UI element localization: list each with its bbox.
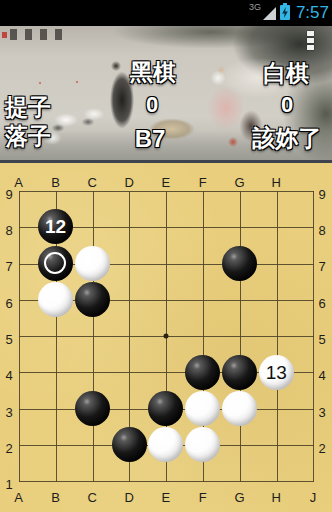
intersection-B6 [37,281,74,317]
black-player-title: 黑棋 [130,57,176,88]
coord-label: 6 [5,296,12,309]
last-move-circle-marker [44,252,66,274]
intersection-G3 [221,390,258,426]
calligraphy-marks [10,29,66,40]
coord-label: H [272,491,281,504]
intersection-G4 [221,354,258,390]
black-stone-B8: 12 [38,209,73,244]
coord-label: 7 [5,260,12,273]
intersection-B7 [37,245,74,281]
go-board[interactable]: 1213 ABCDEFGHABCDEFGHJ98765432198765432 [0,163,332,512]
white-stone-B6 [38,282,73,317]
lightning-bolt-icon [281,7,289,18]
coord-label: 3 [318,405,325,418]
app-screen: 3G 7:57 黑棋 白棋 提子 0 0 落子 B7 該妳了 1213 ABCD… [0,0,332,512]
white-stone-H4: 13 [259,355,294,390]
coord-label: 3 [5,405,12,418]
coord-label: F [199,176,207,189]
coord-label: B [51,491,60,504]
coord-label: 2 [5,441,12,454]
status-bar: 3G 7:57 [0,0,332,26]
coord-label: F [199,491,207,504]
coord-label: 4 [318,369,325,382]
intersection-F4 [184,354,221,390]
coord-label: 7 [318,260,325,273]
coord-label: A [14,491,23,504]
status-bar-clock: 7:57 [296,3,329,23]
coord-label: H [272,176,281,189]
white-stone-E2 [148,427,183,462]
coord-label: 9 [318,187,325,200]
black-last-move: B7 [135,125,166,153]
intersection-C6 [74,281,111,317]
intersection-F3 [184,390,221,426]
coord-label: 2 [318,441,325,454]
coord-label: 6 [318,296,325,309]
network-type-label: 3G [249,2,261,12]
intersection-B8: 12 [37,209,74,245]
stone-move-number: 13 [266,363,287,382]
black-stone-C6 [75,282,110,317]
coord-label: C [88,176,97,189]
intersection-C7 [74,245,111,281]
coord-label: 4 [5,369,12,382]
coord-label: G [234,491,244,504]
red-seal-mark [2,32,7,38]
white-stone-F2 [185,427,220,462]
coord-label: E [162,176,171,189]
black-stone-G7 [222,246,257,281]
white-stone-G3 [222,391,257,426]
coord-label: J [310,491,317,504]
coord-label: 9 [5,187,12,200]
intersection-G7 [221,245,258,281]
black-stone-E3 [148,391,183,426]
captures-row-label: 提子 [5,92,51,123]
stone-move-number: 12 [45,217,66,236]
black-captures-count: 0 [146,92,158,118]
battery-charging-icon [280,5,290,20]
intersection-C3 [74,390,111,426]
white-stone-C7 [75,246,110,281]
coord-label: B [51,176,60,189]
intersection-E2 [147,427,184,463]
white-player-title: 白棋 [263,58,309,89]
coord-label: 8 [318,224,325,237]
coord-label: A [14,176,23,189]
black-stone-G4 [222,355,257,390]
star-point [163,333,168,338]
intersection-E3 [147,390,184,426]
coord-label: 8 [5,224,12,237]
intersection-H4: 13 [258,354,295,390]
overflow-menu-icon[interactable] [307,31,314,50]
move-row-label: 落子 [5,121,51,152]
coord-label: 5 [5,332,12,345]
game-header: 黑棋 白棋 提子 0 0 落子 B7 該妳了 [0,26,332,163]
coord-label: 1 [5,478,12,491]
white-turn-status: 該妳了 [253,123,322,154]
black-stone-C3 [75,391,110,426]
black-stone-B7 [38,246,73,281]
coord-label: E [162,491,171,504]
coord-label: G [234,176,244,189]
white-captures-count: 0 [281,92,293,118]
coord-label: C [88,491,97,504]
white-stone-F3 [185,391,220,426]
black-stone-D2 [112,427,147,462]
intersection-D2 [111,427,148,463]
black-stone-F4 [185,355,220,390]
intersection-F2 [184,427,221,463]
signal-strength-icon [263,7,276,20]
coord-label: D [124,176,133,189]
coord-label: D [124,491,133,504]
coord-label: 5 [318,332,325,345]
